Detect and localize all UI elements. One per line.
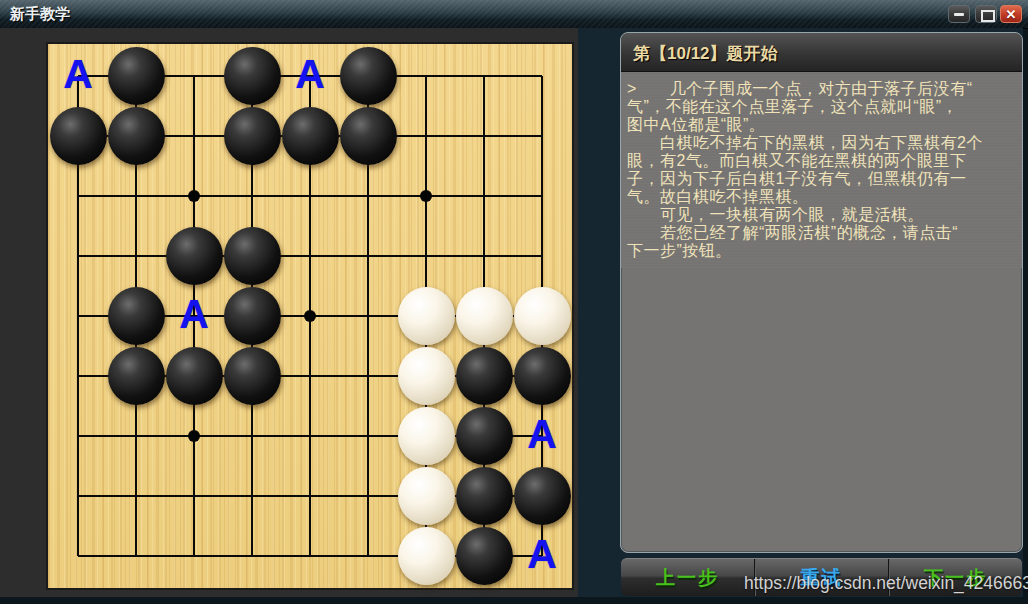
eye-point-label: A xyxy=(527,534,557,575)
board-point-8-5[interactable] xyxy=(513,346,571,406)
black-stone xyxy=(514,347,571,405)
lesson-panel: 第【10/12】题开始 > 几个子围成一个点，对方由于落子后没有“气”，不能在这… xyxy=(620,32,1023,553)
black-stone xyxy=(456,407,513,465)
board-point-1-2[interactable] xyxy=(107,166,165,226)
black-stone xyxy=(50,107,107,165)
black-stone xyxy=(282,107,339,165)
black-stone xyxy=(166,227,223,285)
lesson-text-line: 气”，不能在这个点里落子，这个点就叫“眼”， xyxy=(627,98,1016,116)
board-point-7-6[interactable] xyxy=(455,406,513,466)
black-stone xyxy=(514,467,571,525)
board-point-8-8[interactable]: A xyxy=(513,526,571,586)
eye-point-label: A xyxy=(179,294,209,335)
board-point-2-3[interactable] xyxy=(165,226,223,286)
board-point-3-8[interactable] xyxy=(223,526,281,586)
board-point-3-4[interactable] xyxy=(223,286,281,346)
white-stone xyxy=(398,467,455,525)
star-point xyxy=(188,190,200,202)
lesson-text-line: 气。故白棋吃不掉黑棋。 xyxy=(627,188,1016,206)
board-point-2-2[interactable] xyxy=(165,166,223,226)
minimize-button[interactable] xyxy=(948,5,970,23)
board-point-5-1[interactable] xyxy=(339,106,397,166)
lesson-title: 第【10/12】题开始 xyxy=(633,42,778,65)
board-point-0-0[interactable]: A xyxy=(49,46,107,106)
board-point-0-2[interactable] xyxy=(49,166,107,226)
lesson-text-line: 可见，一块棋有两个眼，就是活棋。 xyxy=(627,206,1016,224)
window-titlebar: 新手教学 ✕ xyxy=(0,0,1028,29)
board-point-5-6[interactable] xyxy=(339,406,397,466)
lesson-text-line: 图中A位都是“眼”。 xyxy=(627,116,1016,134)
black-stone xyxy=(224,107,281,165)
black-stone xyxy=(456,347,513,405)
black-stone xyxy=(456,467,513,525)
board-point-2-5[interactable] xyxy=(165,346,223,406)
board-point-2-1[interactable] xyxy=(165,106,223,166)
board-point-4-6[interactable] xyxy=(281,406,339,466)
board-point-8-6[interactable]: A xyxy=(513,406,571,466)
board-point-8-2[interactable] xyxy=(513,166,571,226)
board-point-0-7[interactable] xyxy=(49,466,107,526)
go-board-grid: AAAAA xyxy=(48,44,572,586)
white-stone xyxy=(398,527,455,585)
board-point-7-4[interactable] xyxy=(455,286,513,346)
board-point-7-5[interactable] xyxy=(455,346,513,406)
eye-point-label: A xyxy=(63,54,93,95)
board-point-4-0[interactable]: A xyxy=(281,46,339,106)
board-point-6-8[interactable] xyxy=(397,526,455,586)
board-point-4-1[interactable] xyxy=(281,106,339,166)
black-stone xyxy=(224,227,281,285)
board-point-4-3[interactable] xyxy=(281,226,339,286)
board-point-0-3[interactable] xyxy=(49,226,107,286)
board-point-3-2[interactable] xyxy=(223,166,281,226)
white-stone xyxy=(398,287,455,345)
board-point-5-5[interactable] xyxy=(339,346,397,406)
eye-point-label: A xyxy=(527,414,557,455)
board-point-6-0[interactable] xyxy=(397,46,455,106)
board-point-3-1[interactable] xyxy=(223,106,281,166)
board-point-0-1[interactable] xyxy=(49,106,107,166)
app-window: 新手教学 ✕ AAAAA 第【10/12】题开始 > 几个子围成一个点，对方由于… xyxy=(0,0,1028,604)
lesson-text-line: 眼，有2气。而白棋又不能在黑棋的两个眼里下 xyxy=(627,152,1016,170)
lesson-text-line: > 几个子围成一个点，对方由于落子后没有“ xyxy=(627,80,1016,98)
board-point-6-5[interactable] xyxy=(397,346,455,406)
board-point-2-6[interactable] xyxy=(165,406,223,466)
black-stone xyxy=(108,47,165,105)
board-point-6-2[interactable] xyxy=(397,166,455,226)
white-stone xyxy=(398,347,455,405)
black-stone xyxy=(340,107,397,165)
board-point-1-3[interactable] xyxy=(107,226,165,286)
close-button[interactable]: ✕ xyxy=(1000,5,1022,23)
board-point-7-0[interactable] xyxy=(455,46,513,106)
lesson-text-line: 白棋吃不掉右下的黑棋，因为右下黑棋有2个 xyxy=(627,134,1016,152)
window-title: 新手教学 xyxy=(10,5,70,24)
board-point-8-1[interactable] xyxy=(513,106,571,166)
board-point-0-4[interactable] xyxy=(49,286,107,346)
board-point-7-3[interactable] xyxy=(455,226,513,286)
prev-step-button[interactable]: 上一步 xyxy=(621,559,754,596)
board-point-2-7[interactable] xyxy=(165,466,223,526)
board-point-1-1[interactable] xyxy=(107,106,165,166)
board-point-8-7[interactable] xyxy=(513,466,571,526)
black-stone xyxy=(456,527,513,585)
board-point-7-2[interactable] xyxy=(455,166,513,226)
board-point-3-6[interactable] xyxy=(223,406,281,466)
board-point-1-4[interactable] xyxy=(107,286,165,346)
board-point-6-4[interactable] xyxy=(397,286,455,346)
board-point-8-0[interactable] xyxy=(513,46,571,106)
board-point-1-0[interactable] xyxy=(107,46,165,106)
board-point-7-7[interactable] xyxy=(455,466,513,526)
board-point-2-0[interactable] xyxy=(165,46,223,106)
board-point-0-6[interactable] xyxy=(49,406,107,466)
board-point-6-6[interactable] xyxy=(397,406,455,466)
black-stone xyxy=(224,287,281,345)
board-point-4-7[interactable] xyxy=(281,466,339,526)
white-stone xyxy=(514,287,571,345)
board-point-5-8[interactable] xyxy=(339,526,397,586)
board-point-4-5[interactable] xyxy=(281,346,339,406)
board-point-5-3[interactable] xyxy=(339,226,397,286)
black-stone xyxy=(108,107,165,165)
board-point-7-1[interactable] xyxy=(455,106,513,166)
black-stone xyxy=(166,347,223,405)
minimize-icon xyxy=(954,13,964,16)
white-stone xyxy=(398,407,455,465)
go-board: AAAAA xyxy=(48,44,572,588)
board-point-1-7[interactable] xyxy=(107,466,165,526)
black-stone xyxy=(108,287,165,345)
lesson-text: > 几个子围成一个点，对方由于落子后没有“气”，不能在这个点里落子，这个点就叫“… xyxy=(621,72,1022,268)
lesson-panel-titlebar: 第【10/12】题开始 xyxy=(621,33,1022,72)
board-point-0-5[interactable] xyxy=(49,346,107,406)
star-point xyxy=(420,190,432,202)
board-point-3-3[interactable] xyxy=(223,226,281,286)
board-point-2-4[interactable]: A xyxy=(165,286,223,346)
lesson-text-line: 若您已经了解“两眼活棋”的概念，请点击“ xyxy=(627,224,1016,242)
black-stone xyxy=(108,347,165,405)
board-point-2-8[interactable] xyxy=(165,526,223,586)
board-point-3-7[interactable] xyxy=(223,466,281,526)
close-icon: ✕ xyxy=(1001,7,1021,22)
board-point-4-8[interactable] xyxy=(281,526,339,586)
star-point xyxy=(304,310,316,322)
titlebar-texture xyxy=(0,0,1028,28)
board-point-7-8[interactable] xyxy=(455,526,513,586)
board-point-5-2[interactable] xyxy=(339,166,397,226)
black-stone xyxy=(224,347,281,405)
board-point-5-7[interactable] xyxy=(339,466,397,526)
black-stone xyxy=(340,47,397,105)
board-point-3-0[interactable] xyxy=(223,46,281,106)
lesson-text-line: 子，因为下子后白棋1子没有气，但黑棋仍有一 xyxy=(627,170,1016,188)
board-point-3-5[interactable] xyxy=(223,346,281,406)
board-point-0-8[interactable] xyxy=(49,526,107,586)
board-point-6-1[interactable] xyxy=(397,106,455,166)
eye-point-label: A xyxy=(295,54,325,95)
board-point-8-3[interactable] xyxy=(513,226,571,286)
star-point xyxy=(188,430,200,442)
board-point-5-4[interactable] xyxy=(339,286,397,346)
watermark-text: https://blog.csdn.net/weixin_42466634 xyxy=(744,573,1028,594)
board-point-6-7[interactable] xyxy=(397,466,455,526)
board-point-1-8[interactable] xyxy=(107,526,165,586)
board-point-5-0[interactable] xyxy=(339,46,397,106)
maximize-icon xyxy=(981,10,995,22)
board-point-4-2[interactable] xyxy=(281,166,339,226)
lesson-text-line: 下一步”按钮。 xyxy=(627,242,1016,260)
white-stone xyxy=(456,287,513,345)
black-stone xyxy=(224,47,281,105)
board-point-6-3[interactable] xyxy=(397,226,455,286)
board-point-1-6[interactable] xyxy=(107,406,165,466)
board-point-1-5[interactable] xyxy=(107,346,165,406)
maximize-button[interactable] xyxy=(975,5,997,23)
board-point-4-4[interactable] xyxy=(281,286,339,346)
board-point-8-4[interactable] xyxy=(513,286,571,346)
